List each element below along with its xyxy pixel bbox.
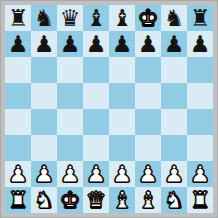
square-b5[interactable] xyxy=(31,83,57,109)
square-c7[interactable]: ♟ xyxy=(57,31,83,57)
square-b8[interactable]: ♞ xyxy=(31,5,57,31)
square-b7[interactable]: ♟ xyxy=(31,31,57,57)
square-b4[interactable] xyxy=(31,109,57,135)
square-a7[interactable]: ♟ xyxy=(5,31,31,57)
square-d8[interactable]: ♝ xyxy=(83,5,109,31)
piece-black-pawn[interactable]: ♟ xyxy=(187,31,213,57)
square-h8[interactable]: ♜ xyxy=(187,5,213,31)
square-g1[interactable]: ♞ xyxy=(161,187,187,213)
square-a3[interactable] xyxy=(5,135,31,161)
square-d3[interactable] xyxy=(83,135,109,161)
piece-white-pawn[interactable]: ♟ xyxy=(31,161,57,187)
square-h7[interactable]: ♟ xyxy=(187,31,213,57)
square-a5[interactable] xyxy=(5,83,31,109)
piece-black-pawn[interactable]: ♟ xyxy=(161,31,187,57)
square-d6[interactable] xyxy=(83,57,109,83)
piece-white-king[interactable]: ♚ xyxy=(135,5,161,31)
piece-black-knight[interactable]: ♞ xyxy=(161,5,187,31)
piece-black-rook[interactable]: ♜ xyxy=(5,5,31,31)
square-c6[interactable] xyxy=(57,57,83,83)
square-g8[interactable]: ♞ xyxy=(161,5,187,31)
square-b6[interactable] xyxy=(31,57,57,83)
square-h3[interactable] xyxy=(187,135,213,161)
piece-black-queen[interactable]: ♛ xyxy=(57,5,83,31)
square-g3[interactable] xyxy=(161,135,187,161)
piece-black-pawn[interactable]: ♟ xyxy=(57,31,83,57)
piece-white-knight[interactable]: ♞ xyxy=(31,187,57,213)
square-c4[interactable] xyxy=(57,109,83,135)
square-d2[interactable]: ♟ xyxy=(83,161,109,187)
square-a6[interactable] xyxy=(5,57,31,83)
square-e8[interactable]: ♝ xyxy=(109,5,135,31)
square-g4[interactable] xyxy=(161,109,187,135)
square-c8[interactable]: ♛ xyxy=(57,5,83,31)
piece-black-knight[interactable]: ♞ xyxy=(31,5,57,31)
square-e4[interactable] xyxy=(109,109,135,135)
square-a4[interactable] xyxy=(5,109,31,135)
board-frame: ♜♞♛♝♝♚♞♜♟♟♟♟♟♟♟♟♟♟♟♟♟♟♟♟♜♞♚♛♝♝♞♜ xyxy=(0,0,218,218)
piece-black-pawn[interactable]: ♟ xyxy=(109,31,135,57)
square-f3[interactable] xyxy=(135,135,161,161)
square-e7[interactable]: ♟ xyxy=(109,31,135,57)
piece-black-pawn[interactable]: ♟ xyxy=(31,31,57,57)
piece-white-pawn[interactable]: ♟ xyxy=(5,161,31,187)
piece-white-knight[interactable]: ♞ xyxy=(161,187,187,213)
square-f8[interactable]: ♚ xyxy=(135,5,161,31)
square-h1[interactable]: ♜ xyxy=(187,187,213,213)
square-h5[interactable] xyxy=(187,83,213,109)
square-b3[interactable] xyxy=(31,135,57,161)
piece-white-bishop[interactable]: ♝ xyxy=(109,187,135,213)
piece-black-pawn[interactable]: ♟ xyxy=(135,31,161,57)
square-c5[interactable] xyxy=(57,83,83,109)
piece-white-pawn[interactable]: ♟ xyxy=(187,161,213,187)
square-f7[interactable]: ♟ xyxy=(135,31,161,57)
square-g2[interactable]: ♟ xyxy=(161,161,187,187)
square-a1[interactable]: ♜ xyxy=(5,187,31,213)
square-c2[interactable]: ♟ xyxy=(57,161,83,187)
piece-black-pawn[interactable]: ♟ xyxy=(5,31,31,57)
square-h4[interactable] xyxy=(187,109,213,135)
square-f4[interactable] xyxy=(135,109,161,135)
square-f5[interactable] xyxy=(135,83,161,109)
piece-black-bishop[interactable]: ♝ xyxy=(109,5,135,31)
piece-white-rook[interactable]: ♜ xyxy=(187,187,213,213)
square-g6[interactable] xyxy=(161,57,187,83)
square-a8[interactable]: ♜ xyxy=(5,5,31,31)
piece-white-pawn[interactable]: ♟ xyxy=(83,161,109,187)
square-h6[interactable] xyxy=(187,57,213,83)
square-g5[interactable] xyxy=(161,83,187,109)
square-d5[interactable] xyxy=(83,83,109,109)
square-h2[interactable]: ♟ xyxy=(187,161,213,187)
square-e2[interactable]: ♟ xyxy=(109,161,135,187)
piece-black-bishop[interactable]: ♝ xyxy=(83,5,109,31)
piece-white-queen[interactable]: ♛ xyxy=(83,187,109,213)
square-b2[interactable]: ♟ xyxy=(31,161,57,187)
square-a2[interactable]: ♟ xyxy=(5,161,31,187)
square-c3[interactable] xyxy=(57,135,83,161)
piece-white-king[interactable]: ♚ xyxy=(57,187,83,213)
square-b1[interactable]: ♞ xyxy=(31,187,57,213)
square-e5[interactable] xyxy=(109,83,135,109)
square-g7[interactable]: ♟ xyxy=(161,31,187,57)
square-e1[interactable]: ♝ xyxy=(109,187,135,213)
chess-board: ♜♞♛♝♝♚♞♜♟♟♟♟♟♟♟♟♟♟♟♟♟♟♟♟♜♞♚♛♝♝♞♜ xyxy=(5,5,213,213)
square-d7[interactable]: ♟ xyxy=(83,31,109,57)
piece-black-pawn[interactable]: ♟ xyxy=(83,31,109,57)
square-f1[interactable]: ♝ xyxy=(135,187,161,213)
piece-white-pawn[interactable]: ♟ xyxy=(57,161,83,187)
square-d1[interactable]: ♛ xyxy=(83,187,109,213)
square-f2[interactable]: ♟ xyxy=(135,161,161,187)
piece-black-rook[interactable]: ♜ xyxy=(187,5,213,31)
piece-white-rook[interactable]: ♜ xyxy=(5,187,31,213)
square-e6[interactable] xyxy=(109,57,135,83)
piece-white-pawn[interactable]: ♟ xyxy=(135,161,161,187)
square-c1[interactable]: ♚ xyxy=(57,187,83,213)
piece-white-bishop[interactable]: ♝ xyxy=(135,187,161,213)
square-d4[interactable] xyxy=(83,109,109,135)
piece-white-pawn[interactable]: ♟ xyxy=(161,161,187,187)
piece-white-pawn[interactable]: ♟ xyxy=(109,161,135,187)
square-e3[interactable] xyxy=(109,135,135,161)
square-f6[interactable] xyxy=(135,57,161,83)
